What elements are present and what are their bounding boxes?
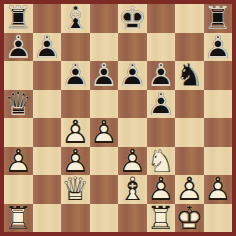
white-king-fill-glyph: ♚: [175, 204, 204, 233]
white-pawn-outline-glyph: ♙: [90, 118, 119, 147]
white-king-outline-glyph: ♔: [175, 204, 204, 233]
black-knight-outline-glyph: ♘: [175, 61, 204, 90]
square-c5[interactable]: [61, 90, 90, 119]
square-f4[interactable]: [147, 118, 176, 147]
white-pawn-fill-glyph: ♟: [204, 175, 233, 204]
square-e8[interactable]: ♚♔: [118, 4, 147, 33]
white-rook-outline-glyph: ♖: [147, 204, 176, 233]
square-h6[interactable]: [204, 61, 233, 90]
square-g5[interactable]: [175, 90, 204, 119]
square-b3[interactable]: [33, 147, 62, 176]
square-c1[interactable]: [61, 204, 90, 233]
square-b8[interactable]: [33, 4, 62, 33]
white-bishop-fill-glyph: ♝: [118, 175, 147, 204]
square-g1[interactable]: ♚♔: [175, 204, 204, 233]
piece-black-queen-a5[interactable]: ♛♕: [4, 90, 33, 119]
black-pawn-outline-glyph: ♙: [204, 33, 233, 62]
piece-white-king-g1[interactable]: ♚♔: [175, 204, 204, 233]
white-pawn-fill-glyph: ♟: [147, 175, 176, 204]
square-e5[interactable]: [118, 90, 147, 119]
square-h1[interactable]: [204, 204, 233, 233]
white-pawn-outline-glyph: ♙: [4, 147, 33, 176]
square-e7[interactable]: [118, 33, 147, 62]
square-a7[interactable]: ♟♙: [4, 33, 33, 62]
piece-white-bishop-e2[interactable]: ♝♗: [118, 175, 147, 204]
square-d4[interactable]: ♟♙: [90, 118, 119, 147]
black-pawn-fill-glyph: ♟: [147, 61, 176, 90]
square-h5[interactable]: [204, 90, 233, 119]
square-d2[interactable]: [90, 175, 119, 204]
black-pawn-outline-glyph: ♙: [147, 61, 176, 90]
white-rook-outline-glyph: ♖: [4, 204, 33, 233]
white-rook-fill-glyph: ♜: [4, 204, 33, 233]
black-pawn-fill-glyph: ♟: [61, 61, 90, 90]
white-queen-fill-glyph: ♛: [61, 175, 90, 204]
piece-black-pawn-a7[interactable]: ♟♙: [4, 33, 33, 62]
piece-black-pawn-f6[interactable]: ♟♙: [147, 61, 176, 90]
black-pawn-fill-glyph: ♟: [204, 33, 233, 62]
piece-black-pawn-e6[interactable]: ♟♙: [118, 61, 147, 90]
square-b4[interactable]: [33, 118, 62, 147]
square-d1[interactable]: [90, 204, 119, 233]
piece-black-pawn-d6[interactable]: ♟♙: [90, 61, 119, 90]
white-pawn-fill-glyph: ♟: [118, 147, 147, 176]
square-g6[interactable]: ♞♘: [175, 61, 204, 90]
square-e4[interactable]: [118, 118, 147, 147]
piece-black-rook-h8[interactable]: ♜♖: [204, 4, 233, 33]
square-a5[interactable]: ♛♕: [4, 90, 33, 119]
black-pawn-fill-glyph: ♟: [4, 33, 33, 62]
piece-black-king-e8[interactable]: ♚♔: [118, 4, 147, 33]
black-rook-outline-glyph: ♖: [204, 4, 233, 33]
square-h4[interactable]: [204, 118, 233, 147]
square-d7[interactable]: [90, 33, 119, 62]
black-queen-outline-glyph: ♕: [4, 90, 33, 119]
square-a4[interactable]: [4, 118, 33, 147]
square-g2[interactable]: ♟♙: [175, 175, 204, 204]
white-pawn-outline-glyph: ♙: [204, 175, 233, 204]
piece-white-pawn-d4[interactable]: ♟♙: [90, 118, 119, 147]
white-pawn-fill-glyph: ♟: [4, 147, 33, 176]
white-knight-outline-glyph: ♘: [147, 147, 176, 176]
square-c6[interactable]: ♟♙: [61, 61, 90, 90]
piece-white-pawn-a3[interactable]: ♟♙: [4, 147, 33, 176]
black-queen-fill-glyph: ♛: [4, 90, 33, 119]
piece-black-knight-g6[interactable]: ♞♘: [175, 61, 204, 90]
white-queen-outline-glyph: ♕: [61, 175, 90, 204]
piece-white-pawn-c4[interactable]: ♟♙: [61, 118, 90, 147]
square-h2[interactable]: ♟♙: [204, 175, 233, 204]
piece-white-rook-f1[interactable]: ♜♖: [147, 204, 176, 233]
piece-white-pawn-c3[interactable]: ♟♙: [61, 147, 90, 176]
piece-white-queen-c2[interactable]: ♛♕: [61, 175, 90, 204]
black-pawn-fill-glyph: ♟: [118, 61, 147, 90]
piece-black-pawn-b7[interactable]: ♟♙: [33, 33, 62, 62]
black-rook-outline-glyph: ♖: [4, 4, 33, 33]
black-knight-fill-glyph: ♞: [175, 61, 204, 90]
black-bishop-outline-glyph: ♗: [61, 4, 90, 33]
white-bishop-outline-glyph: ♗: [118, 175, 147, 204]
square-b6[interactable]: [33, 61, 62, 90]
black-pawn-fill-glyph: ♟: [90, 61, 119, 90]
white-knight-fill-glyph: ♞: [147, 147, 176, 176]
piece-black-pawn-f5[interactable]: ♟♙: [147, 90, 176, 119]
square-b7[interactable]: ♟♙: [33, 33, 62, 62]
piece-white-rook-a1[interactable]: ♜♖: [4, 204, 33, 233]
square-f7[interactable]: [147, 33, 176, 62]
square-h8[interactable]: ♜♖: [204, 4, 233, 33]
square-d6[interactable]: ♟♙: [90, 61, 119, 90]
chess-board: ♜♖♝♗♚♔♜♖♟♙♟♙♟♙♟♙♟♙♟♙♟♙♞♘♛♕♟♙♟♙♟♙♟♙♟♙♟♙♞♘…: [0, 0, 236, 236]
square-a1[interactable]: ♜♖: [4, 204, 33, 233]
piece-black-pawn-h7[interactable]: ♟♙: [204, 33, 233, 62]
square-f1[interactable]: ♜♖: [147, 204, 176, 233]
black-pawn-outline-glyph: ♙: [90, 61, 119, 90]
piece-white-pawn-f2[interactable]: ♟♙: [147, 175, 176, 204]
piece-white-pawn-e3[interactable]: ♟♙: [118, 147, 147, 176]
black-king-fill-glyph: ♚: [118, 4, 147, 33]
square-e1[interactable]: [118, 204, 147, 233]
white-rook-fill-glyph: ♜: [147, 204, 176, 233]
square-a3[interactable]: ♟♙: [4, 147, 33, 176]
piece-black-rook-a8[interactable]: ♜♖: [4, 4, 33, 33]
square-g4[interactable]: [175, 118, 204, 147]
piece-white-pawn-h2[interactable]: ♟♙: [204, 175, 233, 204]
square-g8[interactable]: [175, 4, 204, 33]
square-f3[interactable]: ♞♘: [147, 147, 176, 176]
square-f2[interactable]: ♟♙: [147, 175, 176, 204]
square-d3[interactable]: [90, 147, 119, 176]
black-pawn-outline-glyph: ♙: [147, 90, 176, 119]
black-king-outline-glyph: ♔: [118, 4, 147, 33]
square-b1[interactable]: [33, 204, 62, 233]
square-h7[interactable]: ♟♙: [204, 33, 233, 62]
black-pawn-outline-glyph: ♙: [33, 33, 62, 62]
square-a6[interactable]: [4, 61, 33, 90]
black-pawn-outline-glyph: ♙: [118, 61, 147, 90]
square-g3[interactable]: [175, 147, 204, 176]
square-b2[interactable]: [33, 175, 62, 204]
white-pawn-fill-glyph: ♟: [61, 118, 90, 147]
white-pawn-fill-glyph: ♟: [175, 175, 204, 204]
square-c2[interactable]: ♛♕: [61, 175, 90, 204]
square-e2[interactable]: ♝♗: [118, 175, 147, 204]
white-pawn-outline-glyph: ♙: [147, 175, 176, 204]
square-b5[interactable]: [33, 90, 62, 119]
white-pawn-fill-glyph: ♟: [61, 147, 90, 176]
square-e6[interactable]: ♟♙: [118, 61, 147, 90]
black-rook-fill-glyph: ♜: [204, 4, 233, 33]
black-bishop-fill-glyph: ♝: [61, 4, 90, 33]
white-pawn-outline-glyph: ♙: [61, 118, 90, 147]
piece-white-knight-f3[interactable]: ♞♘: [147, 147, 176, 176]
square-c4[interactable]: ♟♙: [61, 118, 90, 147]
black-pawn-outline-glyph: ♙: [61, 61, 90, 90]
square-d5[interactable]: [90, 90, 119, 119]
square-f6[interactable]: ♟♙: [147, 61, 176, 90]
white-pawn-outline-glyph: ♙: [175, 175, 204, 204]
square-a2[interactable]: [4, 175, 33, 204]
square-c7[interactable]: [61, 33, 90, 62]
black-pawn-outline-glyph: ♙: [4, 33, 33, 62]
piece-black-bishop-c8[interactable]: ♝♗: [61, 4, 90, 33]
square-d8[interactable]: [90, 4, 119, 33]
square-h3[interactable]: [204, 147, 233, 176]
square-f8[interactable]: [147, 4, 176, 33]
white-pawn-fill-glyph: ♟: [90, 118, 119, 147]
square-e3[interactable]: ♟♙: [118, 147, 147, 176]
piece-white-pawn-g2[interactable]: ♟♙: [175, 175, 204, 204]
square-f5[interactable]: ♟♙: [147, 90, 176, 119]
square-g7[interactable]: [175, 33, 204, 62]
white-pawn-outline-glyph: ♙: [118, 147, 147, 176]
square-c3[interactable]: ♟♙: [61, 147, 90, 176]
black-pawn-fill-glyph: ♟: [33, 33, 62, 62]
square-c8[interactable]: ♝♗: [61, 4, 90, 33]
square-a8[interactable]: ♜♖: [4, 4, 33, 33]
black-pawn-fill-glyph: ♟: [147, 90, 176, 119]
piece-black-pawn-c6[interactable]: ♟♙: [61, 61, 90, 90]
white-pawn-outline-glyph: ♙: [61, 147, 90, 176]
black-rook-fill-glyph: ♜: [4, 4, 33, 33]
